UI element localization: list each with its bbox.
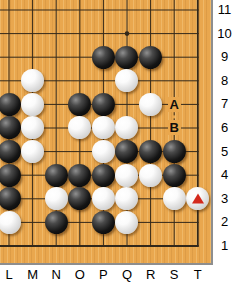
board-point-M5[interactable] xyxy=(21,140,45,164)
board-point-Q5[interactable] xyxy=(115,140,139,164)
black-stone-P7 xyxy=(92,93,115,116)
row-label-9: 9 xyxy=(214,49,235,65)
board-label-B: B xyxy=(168,120,181,135)
row-label-2: 2 xyxy=(214,214,235,230)
row-label-11: 11 xyxy=(214,2,235,18)
board-point-P5[interactable] xyxy=(92,140,116,164)
board-point-T2[interactable] xyxy=(186,211,210,235)
board-point-M11[interactable] xyxy=(21,0,45,22)
board-point-S11[interactable] xyxy=(162,0,186,22)
board-point-P11[interactable] xyxy=(92,0,116,22)
board-point-S2[interactable] xyxy=(162,211,186,235)
black-stone-L6 xyxy=(0,116,21,139)
board-point-O7[interactable] xyxy=(68,93,92,117)
board-point-T6[interactable] xyxy=(186,116,210,140)
board-point-R3[interactable] xyxy=(139,187,163,211)
stones-layer: AB xyxy=(0,0,210,258)
board-point-L7[interactable] xyxy=(0,93,21,117)
black-stone-N4 xyxy=(45,164,68,187)
white-stone-N3 xyxy=(45,187,68,210)
board-point-R5[interactable] xyxy=(139,140,163,164)
board-point-L11[interactable] xyxy=(0,0,21,22)
board-point-P1[interactable] xyxy=(92,234,116,258)
board-point-P4[interactable] xyxy=(92,163,116,187)
white-stone-M6 xyxy=(21,116,44,139)
board-point-N3[interactable] xyxy=(44,187,68,211)
white-stone-Q3 xyxy=(115,187,138,210)
board-point-R6[interactable] xyxy=(139,116,163,140)
board-point-O3[interactable] xyxy=(68,187,92,211)
black-stone-N2 xyxy=(45,211,68,234)
go-diagram: { "game": "go", "board": { "full_size": … xyxy=(0,0,236,284)
board-point-R10[interactable] xyxy=(139,22,163,46)
board-point-O6[interactable] xyxy=(68,116,92,140)
board-point-Q3[interactable] xyxy=(115,187,139,211)
board-point-S1[interactable] xyxy=(162,234,186,258)
white-stone-Q2 xyxy=(115,211,138,234)
board-point-M9[interactable] xyxy=(21,45,45,69)
row-label-6: 6 xyxy=(214,120,235,136)
row-label-3: 3 xyxy=(214,191,235,207)
board-point-M4[interactable] xyxy=(21,163,45,187)
row-label-7: 7 xyxy=(214,96,235,112)
board-point-Q10[interactable] xyxy=(115,22,139,46)
white-stone-P5 xyxy=(92,140,115,163)
board-point-O4[interactable] xyxy=(68,163,92,187)
board-point-Q6[interactable] xyxy=(115,116,139,140)
column-label-T: T xyxy=(189,267,207,283)
board-point-L5[interactable] xyxy=(0,140,21,164)
white-stone-S3 xyxy=(163,187,186,210)
black-stone-R5 xyxy=(139,140,162,163)
board-point-P9[interactable] xyxy=(92,45,116,69)
black-stone-P9 xyxy=(92,46,115,69)
board-point-L3[interactable] xyxy=(0,187,21,211)
board-point-T8[interactable] xyxy=(186,69,210,93)
board-point-Q2[interactable] xyxy=(115,211,139,235)
board-point-S7[interactable]: A xyxy=(162,93,186,117)
column-label-M: M xyxy=(24,267,42,283)
board-point-M6[interactable] xyxy=(21,116,45,140)
white-stone-L2 xyxy=(0,211,21,234)
board-point-M2[interactable] xyxy=(21,211,45,235)
board-point-T11[interactable] xyxy=(186,0,210,22)
black-stone-S4 xyxy=(163,164,186,187)
board-point-R9[interactable] xyxy=(139,45,163,69)
board-point-L1[interactable] xyxy=(0,234,21,258)
column-label-N: N xyxy=(47,267,65,283)
board-point-N9[interactable] xyxy=(44,45,68,69)
board-point-L10[interactable] xyxy=(0,22,21,46)
black-stone-L7 xyxy=(0,93,21,116)
column-label-S: S xyxy=(165,267,183,283)
black-stone-Q5 xyxy=(115,140,138,163)
board-point-R7[interactable] xyxy=(139,93,163,117)
board-point-N4[interactable] xyxy=(44,163,68,187)
row-label-1: 1 xyxy=(214,238,235,254)
board-point-T5[interactable] xyxy=(186,140,210,164)
black-stone-S5 xyxy=(163,140,186,163)
board-point-N7[interactable] xyxy=(44,93,68,117)
white-stone-M5 xyxy=(21,140,44,163)
board-point-R4[interactable] xyxy=(139,163,163,187)
board-point-T3[interactable] xyxy=(186,187,210,211)
black-stone-O4 xyxy=(68,164,91,187)
board-point-N5[interactable] xyxy=(44,140,68,164)
board-point-R11[interactable] xyxy=(139,0,163,22)
board-point-P2[interactable] xyxy=(92,211,116,235)
black-stone-L5 xyxy=(0,140,21,163)
board-point-M3[interactable] xyxy=(21,187,45,211)
black-stone-L3 xyxy=(0,187,21,210)
board-point-O2[interactable] xyxy=(68,211,92,235)
triangle-marker-icon xyxy=(192,193,204,203)
go-board[interactable]: AB xyxy=(0,0,213,265)
row-label-10: 10 xyxy=(214,26,235,42)
row-label-5: 5 xyxy=(214,144,235,160)
board-point-N8[interactable] xyxy=(44,69,68,93)
board-point-S4[interactable] xyxy=(162,163,186,187)
white-stone-Q8 xyxy=(115,69,138,92)
board-point-N10[interactable] xyxy=(44,22,68,46)
board-point-Q1[interactable] xyxy=(115,234,139,258)
black-stone-R9 xyxy=(139,46,162,69)
white-stone-P6 xyxy=(92,116,115,139)
board-point-L2[interactable] xyxy=(0,211,21,235)
board-point-Q8[interactable] xyxy=(115,69,139,93)
board-point-L6[interactable] xyxy=(0,116,21,140)
white-stone-T3 xyxy=(186,187,209,210)
board-point-M1[interactable] xyxy=(21,234,45,258)
white-stone-Q6 xyxy=(115,116,138,139)
board-point-P10[interactable] xyxy=(92,22,116,46)
white-stone-M8 xyxy=(21,69,44,92)
board-point-M10[interactable] xyxy=(21,22,45,46)
board-point-S9[interactable] xyxy=(162,45,186,69)
board-point-Q11[interactable] xyxy=(115,0,139,22)
row-label-4: 4 xyxy=(214,167,235,183)
black-stone-P2 xyxy=(92,211,115,234)
board-point-S5[interactable] xyxy=(162,140,186,164)
board-point-L4[interactable] xyxy=(0,163,21,187)
board-point-O11[interactable] xyxy=(68,0,92,22)
board-point-N2[interactable] xyxy=(44,211,68,235)
white-stone-Q4 xyxy=(115,164,138,187)
board-point-R1[interactable] xyxy=(139,234,163,258)
board-point-T7[interactable] xyxy=(186,93,210,117)
board-point-M7[interactable] xyxy=(21,93,45,117)
board-point-Q7[interactable] xyxy=(115,93,139,117)
column-label-R: R xyxy=(142,267,160,283)
board-point-N11[interactable] xyxy=(44,0,68,22)
column-label-Q: Q xyxy=(118,267,136,283)
board-point-L8[interactable] xyxy=(0,69,21,93)
column-label-P: P xyxy=(94,267,112,283)
board-point-Q4[interactable] xyxy=(115,163,139,187)
board-point-T1[interactable] xyxy=(186,234,210,258)
column-label-O: O xyxy=(71,267,89,283)
board-point-P8[interactable] xyxy=(92,69,116,93)
board-point-M8[interactable] xyxy=(21,69,45,93)
board-point-T9[interactable] xyxy=(186,45,210,69)
black-stone-Q9 xyxy=(115,46,138,69)
board-point-S10[interactable] xyxy=(162,22,186,46)
board-point-R2[interactable] xyxy=(139,211,163,235)
board-label-A: A xyxy=(168,97,181,112)
board-point-O1[interactable] xyxy=(68,234,92,258)
board-point-O8[interactable] xyxy=(68,69,92,93)
board-point-P6[interactable] xyxy=(92,116,116,140)
board-point-O5[interactable] xyxy=(68,140,92,164)
white-stone-P3 xyxy=(92,187,115,210)
white-stone-R7 xyxy=(139,93,162,116)
board-point-P3[interactable] xyxy=(92,187,116,211)
board-point-S6[interactable]: B xyxy=(162,116,186,140)
black-stone-O7 xyxy=(68,93,91,116)
column-label-L: L xyxy=(0,267,18,283)
black-stone-P4 xyxy=(92,164,115,187)
board-point-P7[interactable] xyxy=(92,93,116,117)
black-stone-O3 xyxy=(68,187,91,210)
white-stone-R4 xyxy=(139,164,162,187)
board-point-Q9[interactable] xyxy=(115,45,139,69)
board-point-O10[interactable] xyxy=(68,22,92,46)
board-point-R8[interactable] xyxy=(139,69,163,93)
white-stone-O6 xyxy=(68,116,91,139)
white-stone-M7 xyxy=(21,93,44,116)
board-point-T10[interactable] xyxy=(186,22,210,46)
board-point-O9[interactable] xyxy=(68,45,92,69)
board-point-S8[interactable] xyxy=(162,69,186,93)
board-point-N1[interactable] xyxy=(44,234,68,258)
board-point-S3[interactable] xyxy=(162,187,186,211)
board-point-L9[interactable] xyxy=(0,45,21,69)
board-point-T4[interactable] xyxy=(186,163,210,187)
board-point-N6[interactable] xyxy=(44,116,68,140)
black-stone-L4 xyxy=(0,164,21,187)
row-label-8: 8 xyxy=(214,73,235,89)
